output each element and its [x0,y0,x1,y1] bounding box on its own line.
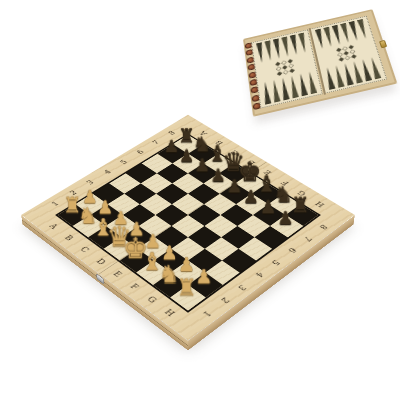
backgammon-point [280,36,291,57]
chess-board: ABCDEFGH ABCDEFGH 87654321 87654321 ♜♞♝♛… [21,115,355,341]
backgammon-point [314,28,326,49]
backgammon-point [279,77,291,101]
backgammon-point [261,81,272,105]
product-photo: ◆◇◆ ◇◆◇ ◆◇◆ ◆◇◆ ◇◆◇ ◆◇◆ ABCDEFGH ABCDEFG… [0,0,400,400]
backgammon-point [322,27,335,48]
backgammon-point [288,75,300,99]
backgammon-points-bottom-left [261,71,318,105]
backgammon-point [297,32,309,53]
backgammon-board: ◆◇◆ ◇◆◇ ◆◇◆ ◆◇◆ ◇◆◇ ◆◇◆ [243,9,397,116]
backgammon-point [289,34,301,55]
backgammon-ornament-left: ◆◇◆ ◇◆◇ ◆◇◆ [275,58,296,77]
backgammon-point [264,40,275,61]
backgammon-point [331,25,344,46]
backgammon-point [356,19,370,40]
backgammon-point [296,73,308,97]
backgammon-point [341,63,355,86]
backgammon-point [332,65,346,88]
backgammon-ornament-right: ◆◇◆ ◇◆◇ ◆◇◆ [336,44,359,62]
backgammon-point [305,71,318,95]
backgammon-points-bottom-right [323,56,382,90]
backgammon-point [272,38,283,59]
backgammon-point [323,67,336,90]
backgammon-point [270,79,282,103]
backgammon-clasp-icon [379,40,387,48]
backgammon-point [255,42,266,63]
